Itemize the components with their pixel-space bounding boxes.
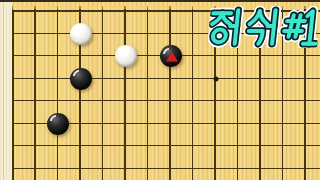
black-stone-D16 [70, 68, 92, 90]
white-stone-D18 [70, 23, 92, 45]
board-left-margin [0, 0, 12, 180]
stone-highlight [48, 113, 65, 130]
video-title: 정석 #1 [207, 6, 320, 48]
black-stone-H17 [160, 45, 182, 67]
title-art [207, 6, 320, 48]
star-point [213, 76, 218, 81]
go-board: 정석 #1 [0, 0, 320, 180]
board-left-border-line [12, 10, 14, 180]
black-stone-C14 [47, 113, 69, 135]
stone-highlight [70, 68, 87, 85]
white-stone-F17 [115, 45, 137, 67]
top-edge-strip [0, 0, 320, 2]
last-move-triangle-marker [165, 51, 177, 61]
